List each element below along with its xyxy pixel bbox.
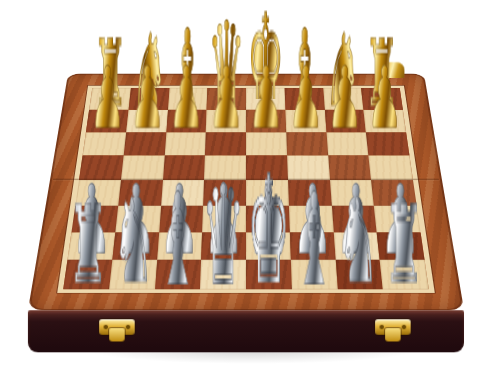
board-grid: ♜♞♝♛♚♝♞♜♟♟♟♟♟♟♟♟♟♟♟♟♟♟♟♟♜♞♝♛♚♝♞♜ [57, 86, 435, 293]
piece-gold-pawn[interactable]: ♟ [209, 54, 244, 139]
piece-silver-bishop[interactable]: ♝ [160, 175, 197, 302]
piece-gold-pawn[interactable]: ♟ [288, 54, 323, 139]
piece-gold-pawn[interactable]: ♟ [90, 54, 125, 139]
square-e7[interactable]: ♟ [246, 110, 286, 132]
piece-silver-bishop[interactable]: ♝ [295, 175, 332, 302]
piece-silver-queen[interactable]: ♛ [202, 167, 244, 305]
square-d6[interactable] [205, 132, 246, 155]
brass-latch-right [375, 319, 411, 335]
square-b6[interactable] [123, 132, 166, 155]
piece-gold-pawn[interactable]: ♟ [129, 54, 164, 139]
square-c1[interactable]: ♝ [155, 260, 202, 289]
piece-silver-rook[interactable]: ♜ [68, 191, 108, 298]
square-b1[interactable]: ♞ [109, 260, 157, 289]
piece-silver-king[interactable]: ♚ [247, 158, 290, 307]
square-b7[interactable]: ♟ [126, 110, 168, 132]
chess-set-photo: ♜♞♝♛♚♝♞♜♟♟♟♟♟♟♟♟♟♟♟♟♟♟♟♟♜♞♝♛♚♝♞♜ [0, 0, 500, 377]
square-f6[interactable] [286, 132, 328, 155]
piece-gold-pawn[interactable]: ♟ [248, 54, 283, 139]
square-a7[interactable]: ♟ [86, 110, 128, 132]
square-g6[interactable] [326, 132, 369, 155]
piece-gold-pawn[interactable]: ♟ [169, 54, 204, 139]
piece-silver-knight[interactable]: ♞ [338, 184, 379, 300]
square-h1[interactable]: ♜ [380, 260, 429, 289]
piece-gold-pawn[interactable]: ♟ [367, 54, 402, 139]
folding-chess-board: ♜♞♝♛♚♝♞♜♟♟♟♟♟♟♟♟♟♟♟♟♟♟♟♟♜♞♝♛♚♝♞♜ [28, 74, 464, 311]
piece-gold-pawn[interactable]: ♟ [327, 54, 362, 139]
square-c7[interactable]: ♟ [166, 110, 207, 132]
square-d1[interactable]: ♛ [200, 260, 246, 289]
square-a1[interactable]: ♜ [63, 260, 112, 289]
square-d7[interactable]: ♟ [206, 110, 246, 132]
piece-silver-knight[interactable]: ♞ [112, 184, 153, 300]
square-a6[interactable] [83, 132, 126, 155]
square-f7[interactable]: ♟ [285, 110, 326, 132]
brass-latch-left [99, 319, 135, 335]
square-h7[interactable]: ♟ [364, 110, 406, 132]
square-g7[interactable]: ♟ [324, 110, 366, 132]
square-h6[interactable] [366, 132, 409, 155]
square-c6[interactable] [164, 132, 206, 155]
box-front-face [28, 310, 464, 352]
square-g1[interactable]: ♞ [335, 260, 383, 289]
square-f1[interactable]: ♝ [291, 260, 338, 289]
piece-silver-rook[interactable]: ♜ [384, 191, 424, 298]
square-e1[interactable]: ♚ [246, 260, 292, 289]
